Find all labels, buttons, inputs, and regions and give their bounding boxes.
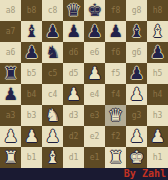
square-h3[interactable]: h3 <box>147 105 168 126</box>
square-label-f5: f5 <box>105 63 126 84</box>
square-label-b5: b5 <box>21 63 42 84</box>
square-label-b1: b1 <box>21 147 42 168</box>
square-label-f2: f2 <box>105 126 126 147</box>
square-b6[interactable]: ♟ <box>21 42 42 63</box>
square-label-d2: d2 <box>63 126 84 147</box>
square-c1[interactable]: ♝ <box>42 147 63 168</box>
square-g6[interactable]: g6 <box>126 42 147 63</box>
square-label-b3: b3 <box>21 105 42 126</box>
square-e1[interactable]: e1 <box>84 147 105 168</box>
square-f3[interactable]: ♛ <box>105 105 126 126</box>
credit-bar: By Zahl <box>0 168 168 180</box>
square-e2[interactable]: e2 <box>84 126 105 147</box>
piece-black-pawn[interactable]: ♟ <box>105 21 126 42</box>
square-label-b4: b4 <box>21 84 42 105</box>
square-label-a6: a6 <box>0 42 21 63</box>
square-e7[interactable]: ♟ <box>84 21 105 42</box>
square-h7[interactable]: ♝ <box>147 21 168 42</box>
square-h4[interactable]: h4 <box>147 84 168 105</box>
piece-white-pawn[interactable]: ♟ <box>0 126 21 147</box>
square-e8[interactable]: ♚ <box>84 0 105 21</box>
piece-black-king[interactable]: ♚ <box>84 0 105 21</box>
square-g5[interactable]: ♟ <box>126 63 147 84</box>
piece-white-rook[interactable]: ♜ <box>0 147 21 168</box>
credit-text: By Zahl <box>124 168 168 180</box>
square-a4[interactable]: ♟ <box>0 84 21 105</box>
square-label-a7: a7 <box>0 21 21 42</box>
piece-white-pawn[interactable]: ♟ <box>147 126 168 147</box>
square-e5[interactable]: ♟ <box>84 63 105 84</box>
square-d2[interactable]: d2 <box>63 126 84 147</box>
piece-white-bishop[interactable]: ♝ <box>147 21 168 42</box>
square-label-a3: a3 <box>0 105 21 126</box>
square-g3[interactable]: g3 <box>126 105 147 126</box>
piece-black-queen[interactable]: ♛ <box>63 0 84 21</box>
square-c7[interactable]: ♟ <box>42 21 63 42</box>
piece-white-pawn[interactable]: ♟ <box>21 126 42 147</box>
square-b1[interactable]: b1 <box>21 147 42 168</box>
square-b5[interactable]: b5 <box>21 63 42 84</box>
square-label-d6: d6 <box>63 42 84 63</box>
square-d7[interactable]: ♟ <box>63 21 84 42</box>
square-d4[interactable]: ♟ <box>63 84 84 105</box>
square-label-d5: d5 <box>63 63 84 84</box>
square-f4[interactable]: f4 <box>105 84 126 105</box>
square-label-c4: c4 <box>42 84 63 105</box>
square-h6[interactable]: ♟ <box>147 42 168 63</box>
square-h2[interactable]: ♟ <box>147 126 168 147</box>
square-d5[interactable]: d5 <box>63 63 84 84</box>
square-a5[interactable]: ♜ <box>0 63 21 84</box>
chess-board: a8b8c8♛♚f8g8h8a7♝♟♟♟♟♝♝a6♟♞d6e6f6g6♟♜b5c… <box>0 0 168 168</box>
piece-black-bishop[interactable]: ♝ <box>126 21 147 42</box>
piece-black-pawn[interactable]: ♟ <box>42 21 63 42</box>
square-label-h8: h8 <box>147 0 168 21</box>
square-b8[interactable]: b8 <box>21 0 42 21</box>
piece-white-pawn[interactable]: ♟ <box>42 126 63 147</box>
piece-white-pawn[interactable]: ♟ <box>63 84 84 105</box>
square-f7[interactable]: ♟ <box>105 21 126 42</box>
square-f5[interactable]: f5 <box>105 63 126 84</box>
square-e3[interactable]: e3 <box>84 105 105 126</box>
square-b7[interactable]: ♝ <box>21 21 42 42</box>
chess-diagram: a8b8c8♛♚f8g8h8a7♝♟♟♟♟♝♝a6♟♞d6e6f6g6♟♜b5c… <box>0 0 168 180</box>
square-g2[interactable]: ♟ <box>126 126 147 147</box>
square-c2[interactable]: ♟ <box>42 126 63 147</box>
square-label-h4: h4 <box>147 84 168 105</box>
square-label-h3: h3 <box>147 105 168 126</box>
square-g1[interactable]: ♚ <box>126 147 147 168</box>
square-g8[interactable]: g8 <box>126 0 147 21</box>
square-label-c8: c8 <box>42 0 63 21</box>
square-c6[interactable]: ♞ <box>42 42 63 63</box>
square-c4[interactable]: c4 <box>42 84 63 105</box>
square-f1[interactable]: ♜ <box>105 147 126 168</box>
piece-black-pawn[interactable]: ♟ <box>21 42 42 63</box>
square-d6[interactable]: d6 <box>63 42 84 63</box>
square-label-f8: f8 <box>105 0 126 21</box>
square-f6[interactable]: f6 <box>105 42 126 63</box>
piece-white-pawn[interactable]: ♟ <box>126 84 147 105</box>
square-c8[interactable]: c8 <box>42 0 63 21</box>
square-a6[interactable]: a6 <box>0 42 21 63</box>
square-b4[interactable]: b4 <box>21 84 42 105</box>
square-label-g6: g6 <box>126 42 147 63</box>
piece-black-knight[interactable]: ♞ <box>42 42 63 63</box>
piece-white-rook[interactable]: ♜ <box>105 147 126 168</box>
square-a2[interactable]: ♟ <box>0 126 21 147</box>
piece-black-bishop[interactable]: ♝ <box>21 21 42 42</box>
square-h5[interactable]: h5 <box>147 63 168 84</box>
square-h1[interactable]: h1 <box>147 147 168 168</box>
square-label-h5: h5 <box>147 63 168 84</box>
square-label-a8: a8 <box>0 0 21 21</box>
square-e4[interactable]: e4 <box>84 84 105 105</box>
square-f2[interactable]: f2 <box>105 126 126 147</box>
piece-white-knight[interactable]: ♞ <box>42 105 63 126</box>
square-e6[interactable]: e6 <box>84 42 105 63</box>
piece-white-pawn[interactable]: ♟ <box>126 126 147 147</box>
square-label-d1: d1 <box>63 147 84 168</box>
square-g7[interactable]: ♝ <box>126 21 147 42</box>
piece-black-pawn[interactable]: ♟ <box>63 21 84 42</box>
piece-black-pawn[interactable]: ♟ <box>147 42 168 63</box>
square-c5[interactable]: c5 <box>42 63 63 84</box>
square-b3[interactable]: b3 <box>21 105 42 126</box>
piece-white-queen[interactable]: ♛ <box>105 105 126 126</box>
square-label-f6: f6 <box>105 42 126 63</box>
square-label-h1: h1 <box>147 147 168 168</box>
square-label-f4: f4 <box>105 84 126 105</box>
piece-white-pawn[interactable]: ♟ <box>84 63 105 84</box>
square-d3[interactable]: d3 <box>63 105 84 126</box>
piece-black-pawn[interactable]: ♟ <box>0 84 21 105</box>
square-label-c5: c5 <box>42 63 63 84</box>
square-label-e3: e3 <box>84 105 105 126</box>
square-label-g3: g3 <box>126 105 147 126</box>
piece-white-king[interactable]: ♚ <box>126 147 147 168</box>
square-a8[interactable]: a8 <box>0 0 21 21</box>
square-b2[interactable]: ♟ <box>21 126 42 147</box>
square-label-e6: e6 <box>84 42 105 63</box>
square-label-e4: e4 <box>84 84 105 105</box>
piece-black-pawn[interactable]: ♟ <box>126 63 147 84</box>
square-a7[interactable]: a7 <box>0 21 21 42</box>
square-g4[interactable]: ♟ <box>126 84 147 105</box>
square-label-g8: g8 <box>126 0 147 21</box>
square-label-e1: e1 <box>84 147 105 168</box>
square-c3[interactable]: ♞ <box>42 105 63 126</box>
square-label-e2: e2 <box>84 126 105 147</box>
square-h8[interactable]: h8 <box>147 0 168 21</box>
piece-black-pawn[interactable]: ♟ <box>84 21 105 42</box>
square-label-b8: b8 <box>21 0 42 21</box>
square-d8[interactable]: ♛ <box>63 0 84 21</box>
square-d1[interactable]: d1 <box>63 147 84 168</box>
piece-black-rook[interactable]: ♜ <box>0 63 21 84</box>
square-a3[interactable]: a3 <box>0 105 21 126</box>
square-f8[interactable]: f8 <box>105 0 126 21</box>
piece-white-bishop[interactable]: ♝ <box>42 147 63 168</box>
square-a1[interactable]: ♜ <box>0 147 21 168</box>
square-label-d3: d3 <box>63 105 84 126</box>
